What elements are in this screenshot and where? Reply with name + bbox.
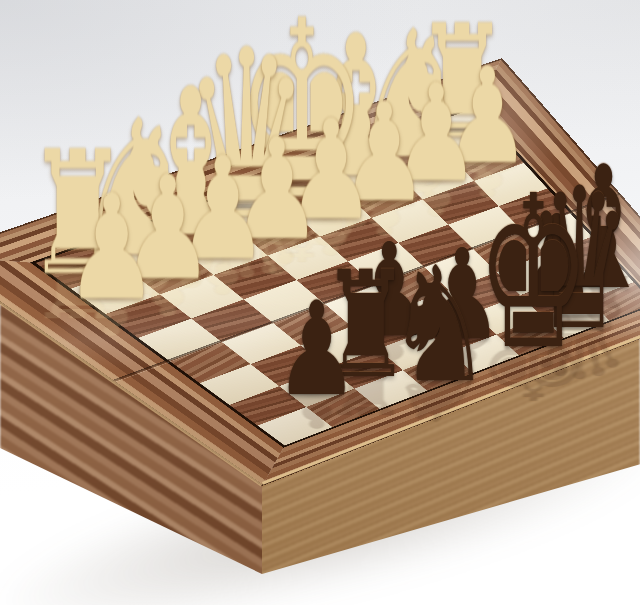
black-pawn-b7: ♟ — [270, 285, 363, 414]
chess-set-photo: ♜♜♞♞♝♝♛♛♚♚♝♝♞♞♜♜♟♟♟♟♟♟♟♟♟♟♟♟♟♟♟♟♟♟♜♜♞♞♟♟… — [0, 0, 640, 605]
pieces-layer: ♜♜♞♞♝♝♛♛♚♚♝♝♞♞♜♜♟♟♟♟♟♟♟♟♟♟♟♟♟♟♟♟♟♟♜♜♞♞♟♟… — [0, 0, 640, 605]
white-pawn-a2: ♟ — [60, 175, 165, 321]
black-knight-d8: ♞ — [380, 246, 497, 405]
